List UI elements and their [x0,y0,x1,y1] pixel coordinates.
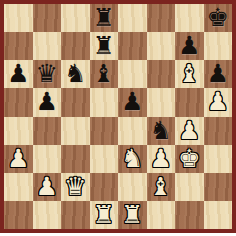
square-e7[interactable] [118,32,147,60]
square-h4[interactable] [204,117,233,145]
square-a7[interactable] [4,32,33,60]
square-c8[interactable] [61,4,90,32]
white-pawn-b2: ♟ [36,173,58,201]
white-queen-c2: ♛ [64,173,86,201]
square-d6[interactable]: ♝ [90,60,119,88]
square-g4[interactable]: ♟ [175,117,204,145]
square-d8[interactable]: ♜ [90,4,119,32]
white-bishop-f2: ♝ [150,173,172,201]
square-e3[interactable]: ♞ [118,145,147,173]
square-c3[interactable] [61,145,90,173]
square-h3[interactable] [204,145,233,173]
square-g6[interactable]: ♝ [175,60,204,88]
black-knight-c6: ♞ [64,60,86,88]
black-king-h8: ♚ [207,4,229,32]
white-pawn-g4: ♟ [178,117,200,145]
black-bishop-d6: ♝ [93,60,115,88]
square-c5[interactable] [61,88,90,116]
square-a1[interactable] [4,201,33,229]
square-c4[interactable] [61,117,90,145]
square-h5[interactable]: ♟ [204,88,233,116]
white-bishop-g6: ♝ [178,60,200,88]
square-f6[interactable] [147,60,176,88]
square-b6[interactable]: ♛ [33,60,62,88]
white-pawn-f3: ♟ [150,145,172,173]
square-e2[interactable] [118,173,147,201]
square-h8[interactable]: ♚ [204,4,233,32]
square-f4[interactable]: ♞ [147,117,176,145]
black-pawn-a6: ♟ [7,60,29,88]
chess-board: ♜♚♜♟♟♛♞♝♝♟♟♟♟♞♟♟♞♟♚♟♛♝♜♜ [4,4,232,229]
black-rook-d7: ♜ [93,32,115,60]
black-pawn-e5: ♟ [121,88,143,116]
white-rook-d1: ♜ [93,201,115,229]
square-h2[interactable] [204,173,233,201]
black-queen-b6: ♛ [36,60,58,88]
white-knight-e3: ♞ [121,145,143,173]
white-king-g3: ♚ [178,145,200,173]
square-a3[interactable]: ♟ [4,145,33,173]
square-d5[interactable] [90,88,119,116]
square-a2[interactable] [4,173,33,201]
square-g5[interactable] [175,88,204,116]
white-pawn-h5: ♟ [207,88,229,116]
square-a4[interactable] [4,117,33,145]
square-e8[interactable] [118,4,147,32]
square-b5[interactable]: ♟ [33,88,62,116]
square-e5[interactable]: ♟ [118,88,147,116]
black-knight-f4: ♞ [150,117,172,145]
square-f2[interactable]: ♝ [147,173,176,201]
square-e6[interactable] [118,60,147,88]
black-pawn-h6: ♟ [207,60,229,88]
square-d2[interactable] [90,173,119,201]
black-pawn-b5: ♟ [36,88,58,116]
square-d4[interactable] [90,117,119,145]
square-f8[interactable] [147,4,176,32]
white-pawn-a3: ♟ [7,145,29,173]
square-h6[interactable]: ♟ [204,60,233,88]
square-g1[interactable] [175,201,204,229]
square-e1[interactable]: ♜ [118,201,147,229]
square-a8[interactable] [4,4,33,32]
square-g2[interactable] [175,173,204,201]
square-b2[interactable]: ♟ [33,173,62,201]
square-d7[interactable]: ♜ [90,32,119,60]
square-a6[interactable]: ♟ [4,60,33,88]
square-h7[interactable] [204,32,233,60]
square-g7[interactable]: ♟ [175,32,204,60]
square-c1[interactable] [61,201,90,229]
square-f3[interactable]: ♟ [147,145,176,173]
square-c6[interactable]: ♞ [61,60,90,88]
square-f7[interactable] [147,32,176,60]
square-b1[interactable] [33,201,62,229]
chess-board-frame: ♜♚♜♟♟♛♞♝♝♟♟♟♟♞♟♟♞♟♚♟♛♝♜♜ [0,0,236,233]
square-d1[interactable]: ♜ [90,201,119,229]
square-d3[interactable] [90,145,119,173]
square-c7[interactable] [61,32,90,60]
square-f1[interactable] [147,201,176,229]
square-f5[interactable] [147,88,176,116]
square-h1[interactable] [204,201,233,229]
square-b4[interactable] [33,117,62,145]
square-b3[interactable] [33,145,62,173]
square-c2[interactable]: ♛ [61,173,90,201]
black-pawn-g7: ♟ [178,32,200,60]
white-rook-e1: ♜ [121,201,143,229]
square-b8[interactable] [33,4,62,32]
square-e4[interactable] [118,117,147,145]
square-a5[interactable] [4,88,33,116]
square-g3[interactable]: ♚ [175,145,204,173]
square-b7[interactable] [33,32,62,60]
black-rook-d8: ♜ [93,4,115,32]
square-g8[interactable] [175,4,204,32]
